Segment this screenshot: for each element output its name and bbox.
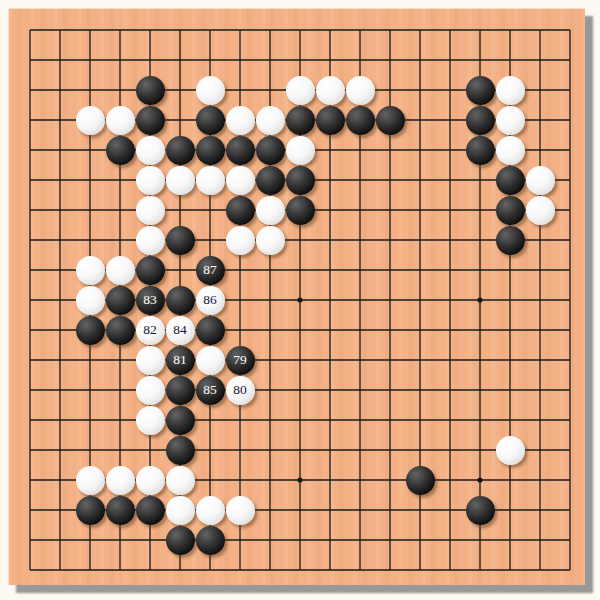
board-point[interactable] [195,165,225,195]
board-point[interactable]: 83 [135,285,165,315]
board-point[interactable] [495,345,525,375]
board-point[interactable] [435,405,465,435]
board-point[interactable] [255,465,285,495]
board-point[interactable] [465,555,495,585]
board-point[interactable] [375,525,405,555]
board-point[interactable] [555,225,585,255]
board-point[interactable] [255,195,285,225]
board-point[interactable] [45,195,75,225]
board-point[interactable] [225,315,255,345]
board-point[interactable] [525,15,555,45]
board-point[interactable] [525,225,555,255]
board-point[interactable] [465,345,495,375]
board-point[interactable] [255,525,285,555]
board-point[interactable] [375,255,405,285]
board-point[interactable] [105,105,135,135]
board-point[interactable] [285,405,315,435]
board-point[interactable] [195,465,225,495]
board-point[interactable] [315,165,345,195]
board-point[interactable] [135,75,165,105]
board-point[interactable] [405,15,435,45]
board-point[interactable] [345,555,375,585]
board-point[interactable] [315,105,345,135]
board-point[interactable] [435,135,465,165]
board-point[interactable]: 86 [195,285,225,315]
board-point[interactable] [75,555,105,585]
board-point[interactable] [345,435,375,465]
board-point[interactable] [105,555,135,585]
board-point[interactable] [195,195,225,225]
board-point[interactable] [315,195,345,225]
board-point[interactable] [45,465,75,495]
board-point[interactable] [105,345,135,375]
board-point[interactable] [465,435,495,465]
board-point[interactable] [75,465,105,495]
board-point[interactable] [195,435,225,465]
board-point[interactable] [75,435,105,465]
board-point[interactable] [405,375,435,405]
board-point[interactable] [495,75,525,105]
board-point[interactable] [345,345,375,375]
board-point[interactable] [75,165,105,195]
board-point[interactable] [75,225,105,255]
board-point[interactable] [435,225,465,255]
board-point[interactable] [285,165,315,195]
board-point[interactable] [225,15,255,45]
board-point[interactable] [285,435,315,465]
board-point[interactable] [195,135,225,165]
board-point[interactable] [345,165,375,195]
board-point[interactable] [285,555,315,585]
board-point[interactable] [375,75,405,105]
board-point[interactable] [555,195,585,225]
board-point[interactable] [405,495,435,525]
board-point[interactable] [165,375,195,405]
board-point[interactable] [165,195,195,225]
board-point[interactable] [405,135,435,165]
board-point[interactable] [105,315,135,345]
board-point[interactable] [255,345,285,375]
board-point[interactable] [45,495,75,525]
board-point[interactable] [45,555,75,585]
board-point[interactable] [315,495,345,525]
board-point[interactable] [465,195,495,225]
board-point[interactable] [495,315,525,345]
board-point[interactable]: 84 [165,315,195,345]
board-point[interactable] [315,405,345,435]
board-point[interactable] [105,15,135,45]
board-point[interactable] [315,75,345,105]
board-point[interactable] [555,255,585,285]
board-point[interactable] [315,285,345,315]
board-point[interactable] [315,465,345,495]
board-point[interactable] [75,135,105,165]
board-point[interactable] [345,495,375,525]
board-point[interactable] [555,375,585,405]
board-point[interactable] [225,555,255,585]
board-point[interactable] [165,135,195,165]
board-point[interactable] [495,555,525,585]
board-point[interactable] [465,135,495,165]
board-point[interactable] [225,405,255,435]
board-point[interactable] [15,435,45,465]
board-point[interactable] [495,435,525,465]
board-point[interactable] [495,135,525,165]
board-point[interactable] [495,15,525,45]
board-point[interactable] [45,255,75,285]
board-point[interactable] [105,375,135,405]
board-point[interactable] [165,45,195,75]
board-point[interactable] [15,255,45,285]
board-point[interactable] [555,135,585,165]
board-point[interactable] [375,45,405,75]
board-point[interactable] [75,285,105,315]
board-point[interactable] [375,105,405,135]
board-point[interactable] [75,345,105,375]
board-point[interactable] [375,165,405,195]
board-point[interactable] [15,165,45,195]
board-point[interactable] [165,495,195,525]
board-point[interactable] [135,405,165,435]
board-point[interactable] [315,435,345,465]
board-point[interactable] [15,75,45,105]
board-point[interactable] [375,345,405,375]
board-point[interactable] [45,225,75,255]
board-point[interactable] [195,525,225,555]
board-point[interactable] [45,15,75,45]
board-point[interactable] [285,195,315,225]
board-point[interactable] [105,255,135,285]
board-point[interactable] [465,165,495,195]
board-point[interactable] [285,525,315,555]
board-point[interactable] [555,15,585,45]
board-point[interactable] [285,75,315,105]
board-point[interactable] [525,525,555,555]
board-point[interactable] [135,345,165,375]
board-point[interactable] [525,255,555,285]
board-point[interactable] [525,405,555,435]
board-point[interactable] [495,255,525,285]
board-point[interactable] [255,225,285,255]
board-point[interactable] [435,75,465,105]
board-point[interactable] [45,105,75,135]
board-point[interactable] [165,285,195,315]
board-point[interactable] [255,105,285,135]
board-point[interactable] [135,495,165,525]
board-point[interactable] [105,45,135,75]
board-point[interactable] [75,105,105,135]
board-point[interactable] [225,495,255,525]
board-point[interactable] [195,495,225,525]
board-point[interactable] [255,495,285,525]
board-point[interactable] [345,105,375,135]
board-point[interactable] [15,135,45,165]
board-point[interactable] [345,315,375,345]
board-point[interactable] [435,195,465,225]
board-point[interactable] [255,315,285,345]
board-point[interactable] [75,375,105,405]
board-point[interactable] [435,345,465,375]
board-point[interactable] [405,315,435,345]
board-point[interactable] [555,555,585,585]
board-point[interactable] [525,435,555,465]
board-point[interactable] [375,435,405,465]
board-point[interactable] [405,75,435,105]
board-point[interactable] [525,345,555,375]
board-point[interactable] [435,315,465,345]
board-point[interactable] [225,255,255,285]
board-point[interactable] [465,255,495,285]
board-point[interactable] [405,285,435,315]
board-point[interactable] [525,555,555,585]
board-point[interactable] [345,195,375,225]
board-point[interactable] [375,375,405,405]
board-point[interactable] [345,45,375,75]
board-point[interactable] [375,555,405,585]
board-point[interactable] [285,495,315,525]
board-point[interactable] [495,405,525,435]
board-point[interactable] [195,345,225,375]
board-point[interactable] [105,495,135,525]
board-point[interactable] [105,435,135,465]
board-point[interactable] [465,495,495,525]
board-point[interactable] [405,255,435,285]
board-point[interactable] [555,525,585,555]
board-point[interactable] [165,105,195,135]
board-point[interactable] [255,135,285,165]
board-point[interactable] [45,45,75,75]
board-point[interactable] [465,285,495,315]
board-point[interactable] [405,465,435,495]
board-point[interactable] [165,15,195,45]
board-point[interactable] [45,315,75,345]
board-point[interactable] [555,285,585,315]
board-point[interactable] [165,75,195,105]
board-point[interactable] [435,495,465,525]
board-point[interactable] [195,405,225,435]
board-point[interactable] [285,465,315,495]
board-point[interactable] [405,525,435,555]
board-point[interactable] [525,465,555,495]
board-point[interactable] [405,165,435,195]
board-point[interactable] [15,405,45,435]
board-point[interactable] [555,405,585,435]
board-point[interactable] [525,105,555,135]
board-point[interactable] [165,555,195,585]
board-point[interactable] [525,195,555,225]
board-point[interactable] [375,315,405,345]
board-point[interactable] [465,315,495,345]
board-point[interactable] [405,105,435,135]
board-point[interactable] [465,525,495,555]
board-point[interactable] [405,225,435,255]
board-point[interactable] [105,135,135,165]
board-point[interactable] [315,45,345,75]
board-point[interactable] [315,525,345,555]
board-point[interactable] [555,45,585,75]
board-point[interactable]: 82 [135,315,165,345]
board-point[interactable] [315,315,345,345]
board-point[interactable] [285,105,315,135]
board-point[interactable] [345,255,375,285]
board-point[interactable] [15,345,45,375]
board-point[interactable] [225,195,255,225]
board-point[interactable] [345,465,375,495]
board-point[interactable] [105,525,135,555]
board-point[interactable] [135,255,165,285]
board-point[interactable] [375,285,405,315]
board-point[interactable] [135,195,165,225]
board-point[interactable] [495,285,525,315]
board-point[interactable] [165,465,195,495]
board-point[interactable] [255,75,285,105]
board-point[interactable] [345,135,375,165]
board-point[interactable] [555,345,585,375]
board-point[interactable] [165,435,195,465]
board-point[interactable] [255,375,285,405]
board-point[interactable] [405,555,435,585]
board-point[interactable] [45,285,75,315]
board-point[interactable] [15,45,45,75]
board-point[interactable] [225,435,255,465]
board-point[interactable] [75,495,105,525]
board-point[interactable] [255,405,285,435]
board-point[interactable] [15,555,45,585]
board-point[interactable] [45,165,75,195]
board-point[interactable] [375,15,405,45]
board-point[interactable] [45,75,75,105]
board-point[interactable] [435,165,465,195]
board-point[interactable] [375,465,405,495]
board-point[interactable] [465,75,495,105]
board-point[interactable] [75,195,105,225]
board-point[interactable] [345,405,375,435]
board-point[interactable] [285,375,315,405]
board-point[interactable] [285,285,315,315]
board-point[interactable] [435,105,465,135]
board-point[interactable] [495,105,525,135]
board-point[interactable] [435,15,465,45]
board-point[interactable] [555,165,585,195]
board-point[interactable] [15,525,45,555]
board-point[interactable] [285,45,315,75]
board-point[interactable] [405,435,435,465]
board-point[interactable] [285,345,315,375]
board-point[interactable] [525,135,555,165]
board-point[interactable] [225,165,255,195]
board-point[interactable] [345,75,375,105]
board-point[interactable] [495,45,525,75]
board-point[interactable] [525,165,555,195]
board-point[interactable] [315,225,345,255]
board-point[interactable] [435,555,465,585]
board-point[interactable] [375,225,405,255]
board-point[interactable] [465,465,495,495]
board-point[interactable] [285,225,315,255]
board-point[interactable]: 81 [165,345,195,375]
board-point[interactable] [315,555,345,585]
board-point[interactable] [555,315,585,345]
board-point[interactable] [465,15,495,45]
board-point[interactable] [315,375,345,405]
board-point[interactable] [135,135,165,165]
board-point[interactable] [435,465,465,495]
board-point[interactable] [105,75,135,105]
board-point[interactable] [345,375,375,405]
board-point[interactable] [345,225,375,255]
board-point[interactable] [75,315,105,345]
board-point[interactable] [225,465,255,495]
board-point[interactable] [405,345,435,375]
board-point[interactable] [195,15,225,45]
board-point[interactable] [195,315,225,345]
board-point[interactable] [105,285,135,315]
board-point[interactable] [525,75,555,105]
board-point[interactable] [45,405,75,435]
board-point[interactable] [315,15,345,45]
board-point[interactable] [315,345,345,375]
board-point[interactable] [465,105,495,135]
board-point[interactable] [195,555,225,585]
board-point[interactable] [495,465,525,495]
board-point[interactable] [225,75,255,105]
board-point[interactable] [495,495,525,525]
board-point[interactable] [75,15,105,45]
board-point[interactable] [75,45,105,75]
board-point[interactable] [165,165,195,195]
board-point[interactable] [495,225,525,255]
board-point[interactable] [465,45,495,75]
board-point[interactable] [345,15,375,45]
board-point[interactable] [315,135,345,165]
board-point[interactable] [465,225,495,255]
board-point[interactable] [525,315,555,345]
board-point[interactable] [15,15,45,45]
board-point[interactable] [75,525,105,555]
board-point[interactable] [45,525,75,555]
board-point[interactable] [555,105,585,135]
board-point[interactable] [255,555,285,585]
board-point[interactable] [285,255,315,285]
board-point[interactable] [555,465,585,495]
board-point[interactable] [105,465,135,495]
board-point[interactable] [525,45,555,75]
board-point[interactable] [195,75,225,105]
board-point[interactable] [405,45,435,75]
board-point[interactable] [75,405,105,435]
board-point[interactable] [165,225,195,255]
board-point[interactable] [165,405,195,435]
board-point[interactable] [75,75,105,105]
board-point[interactable] [255,435,285,465]
board-point[interactable] [225,105,255,135]
board-point[interactable] [525,495,555,525]
board-point[interactable] [435,45,465,75]
board-point[interactable] [15,105,45,135]
board-point[interactable] [15,495,45,525]
board-point[interactable] [225,285,255,315]
board-point[interactable] [405,405,435,435]
board-point[interactable] [45,375,75,405]
board-point[interactable] [15,285,45,315]
board-point[interactable] [435,435,465,465]
board-point[interactable] [255,285,285,315]
board-point[interactable] [105,195,135,225]
board-point[interactable] [375,135,405,165]
board-point[interactable] [285,135,315,165]
board-point[interactable]: 80 [225,375,255,405]
board-point[interactable] [15,375,45,405]
